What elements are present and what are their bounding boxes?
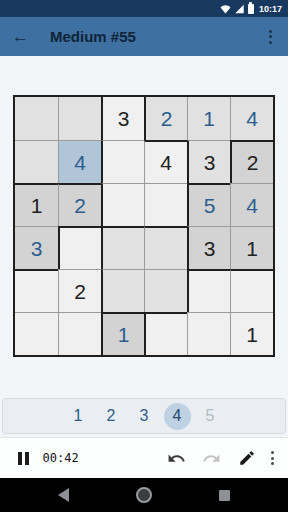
cell-r2c2[interactable] <box>101 183 144 226</box>
cell-r2c4[interactable]: 5 <box>187 183 230 226</box>
cell-r1c3[interactable]: 4 <box>144 140 187 183</box>
redo-button-disabled[interactable] <box>201 448 222 469</box>
cell-r3c2[interactable] <box>101 226 144 269</box>
entered-digit: 2 <box>74 195 86 216</box>
given-digit: 2 <box>247 152 259 173</box>
pause-button[interactable] <box>16 450 31 467</box>
undo-button[interactable] <box>166 448 187 469</box>
cell-r0c0[interactable] <box>15 97 58 140</box>
cell-signal-icon <box>234 4 245 14</box>
android-nav-bar <box>0 478 288 512</box>
entered-digit: 4 <box>246 195 258 216</box>
digit-button-3[interactable]: 3 <box>131 403 158 430</box>
cell-r0c3[interactable]: 2 <box>144 97 187 140</box>
cell-r3c5[interactable]: 1 <box>230 226 273 269</box>
page-title: Medium #55 <box>50 28 265 45</box>
wifi-icon <box>220 4 231 14</box>
cell-r2c3[interactable] <box>144 183 187 226</box>
suguru-board: 321444321254331211 <box>13 95 275 357</box>
digit-button-1[interactable]: 1 <box>65 403 92 430</box>
cell-r0c4[interactable]: 1 <box>187 97 230 140</box>
cell-r1c0[interactable] <box>15 140 58 183</box>
nav-recents-icon[interactable] <box>219 490 230 501</box>
cell-r0c5[interactable]: 4 <box>230 97 273 140</box>
cell-r1c4[interactable]: 3 <box>187 140 230 183</box>
given-digit: 2 <box>74 281 86 302</box>
cell-r4c5[interactable] <box>230 269 273 312</box>
cell-r3c0[interactable]: 3 <box>15 226 58 269</box>
status-bar: 10:17 <box>0 0 288 17</box>
cell-r3c4[interactable]: 3 <box>187 226 230 269</box>
cell-r2c0[interactable]: 1 <box>15 183 58 226</box>
entered-digit: 4 <box>74 152 86 173</box>
digit-button-4[interactable]: 4 <box>164 403 191 430</box>
entered-digit: 1 <box>203 108 215 129</box>
cell-r0c2[interactable]: 3 <box>101 97 144 140</box>
status-time: 10:17 <box>259 4 282 14</box>
toolbar-overflow-button[interactable] <box>267 447 278 469</box>
battery-icon <box>248 4 254 14</box>
digit-button-5: 5 <box>197 403 224 430</box>
entered-digit: 4 <box>246 108 258 129</box>
cell-r1c1[interactable]: 4 <box>58 140 101 183</box>
cell-r5c2[interactable]: 1 <box>101 312 144 355</box>
cell-r3c1[interactable] <box>58 226 101 269</box>
pencil-button[interactable] <box>236 448 257 469</box>
back-button[interactable]: ← <box>12 28 36 45</box>
entered-digit: 3 <box>31 238 43 259</box>
cell-r0c1[interactable] <box>58 97 101 140</box>
cell-r5c1[interactable] <box>58 312 101 355</box>
entered-digit: 1 <box>118 324 130 345</box>
entered-digit: 5 <box>204 195 216 216</box>
cell-r2c1[interactable]: 2 <box>58 183 101 226</box>
cell-r5c0[interactable] <box>15 312 58 355</box>
cell-r4c2[interactable] <box>101 269 144 312</box>
given-digit: 1 <box>31 195 43 216</box>
cell-r5c3[interactable] <box>144 312 187 355</box>
cell-r3c3[interactable] <box>144 226 187 269</box>
digit-button-2[interactable]: 2 <box>98 403 125 430</box>
given-digit: 1 <box>246 324 258 345</box>
given-digit: 1 <box>246 238 258 259</box>
cell-r2c5[interactable]: 4 <box>230 183 273 226</box>
cell-r5c5[interactable]: 1 <box>230 312 273 355</box>
given-digit: 3 <box>204 152 216 173</box>
cell-r4c4[interactable] <box>187 269 230 312</box>
entered-digit: 2 <box>161 108 173 129</box>
toolbar: 00:42 <box>0 437 288 478</box>
given-digit: 4 <box>160 152 172 173</box>
screen: 10:17 ← Medium #55 321444321254331211 12… <box>0 0 288 512</box>
given-digit: 3 <box>204 238 216 259</box>
timer-display: 00:42 <box>43 451 153 465</box>
app-bar: ← Medium #55 <box>0 17 288 56</box>
nav-back-icon[interactable] <box>58 488 69 502</box>
cell-r4c3[interactable] <box>144 269 187 312</box>
nav-home-icon[interactable] <box>136 487 152 503</box>
given-digit: 3 <box>118 108 130 129</box>
cell-r5c4[interactable] <box>187 312 230 355</box>
digit-picker: 12345 <box>2 398 286 434</box>
cell-r1c2[interactable] <box>101 140 144 183</box>
cell-r4c0[interactable] <box>15 269 58 312</box>
cell-r4c1[interactable]: 2 <box>58 269 101 312</box>
overflow-menu-button[interactable] <box>265 26 276 48</box>
cell-r1c5[interactable]: 2 <box>230 140 273 183</box>
